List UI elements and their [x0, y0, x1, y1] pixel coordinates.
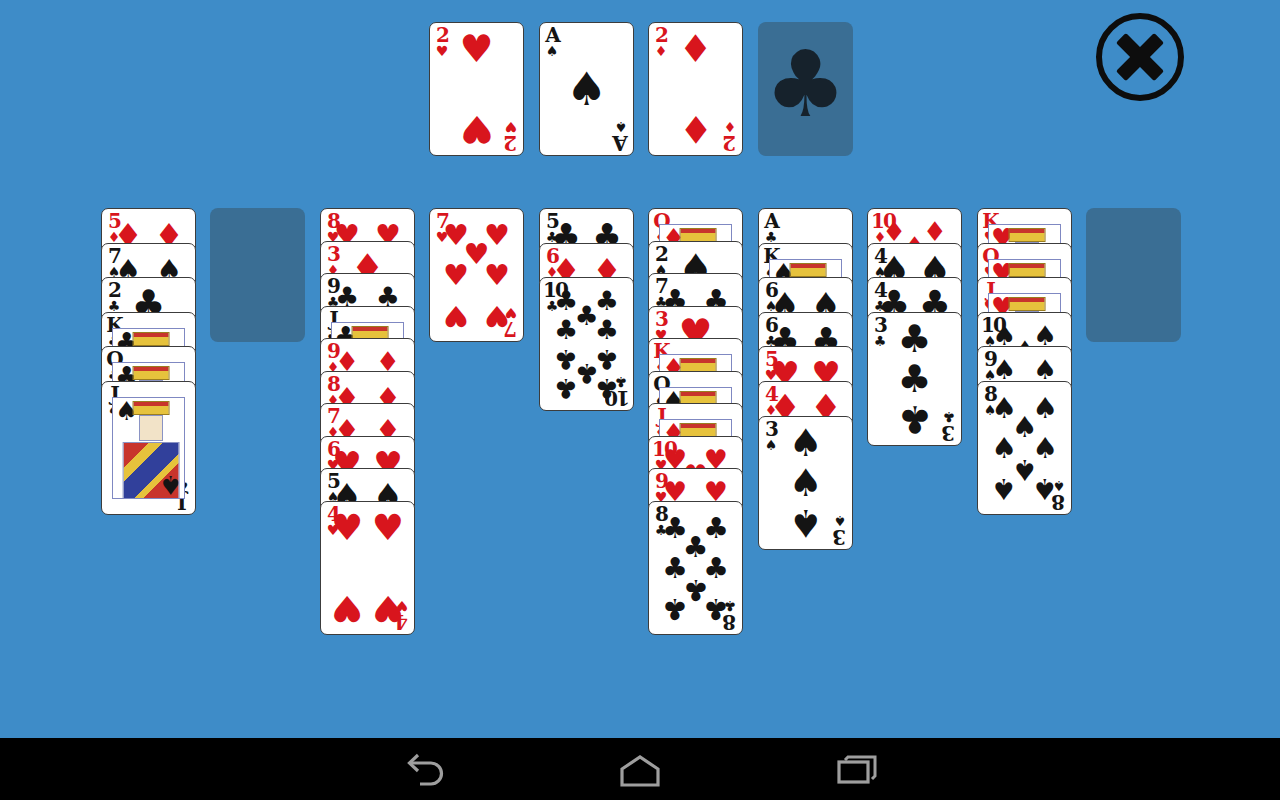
android-navbar — [0, 738, 1280, 800]
s-pip-icon: ♠ — [566, 66, 607, 112]
tableau-column-2-empty[interactable] — [210, 208, 305, 342]
s-pip-icon: ♠ — [788, 504, 822, 542]
card-3s[interactable]: 3♠3♠♠♠♠ — [758, 416, 853, 550]
foundation-clubs-empty[interactable]: ♣ — [758, 22, 853, 156]
home-icon — [616, 752, 664, 788]
c-pip-icon: ♣ — [595, 374, 619, 401]
s-pip-icon: ♠ — [991, 473, 1017, 502]
card-index-tl: A♠ — [543, 25, 561, 58]
recents-button[interactable] — [832, 752, 880, 788]
d-pip-icon: ♦ — [678, 30, 712, 68]
c-pip-icon: ♣ — [554, 316, 578, 343]
s-pip-icon: ♠ — [159, 472, 182, 498]
h-pip-icon: ♥ — [331, 590, 363, 626]
h-pip-icon: ♥ — [484, 300, 510, 329]
c-pip-icon: ♣ — [662, 593, 688, 622]
card-4h[interactable]: 4♥4♥♥♥♥♥ — [320, 501, 415, 635]
crown-art — [680, 358, 717, 372]
foundation-diamonds-card-2d[interactable]: 2♦2♦♦♦ — [648, 22, 743, 156]
c-pip-icon: ♣ — [554, 374, 578, 401]
recent-apps-icon — [832, 752, 880, 788]
back-arrow-icon — [401, 752, 449, 788]
card-8c[interactable]: 8♣8♣♣♣♣♣♣♣♣♣ — [648, 501, 743, 635]
card-7h[interactable]: 7♥7♥♥♥♥♥♥♥♥ — [429, 208, 524, 342]
card-index-br: 3♣ — [940, 410, 958, 443]
card-index-tl: 3♠ — [762, 419, 780, 452]
c-pip-icon: ♣ — [897, 320, 931, 358]
crown-art — [133, 401, 170, 415]
card-index-br: A♠ — [612, 120, 630, 153]
close-button[interactable] — [1096, 13, 1184, 101]
card-index-tl: 2♥ — [433, 25, 451, 58]
s-pip-icon: ♠ — [992, 356, 1016, 383]
club-icon: ♣ — [764, 39, 846, 131]
crown-art — [133, 366, 170, 380]
h-pip-icon: ♥ — [459, 30, 493, 68]
crown-art — [680, 228, 717, 242]
game-table: 2♥2♥♥♥A♠A♠♠2♦2♦♦♦♣ 5♦5♦♦♦♦♦♦7♠7♠♠♠♠♠♠♠♠2… — [0, 0, 1280, 800]
s-pip-icon: ♠ — [1033, 356, 1057, 383]
s-pip-icon: ♠ — [788, 424, 822, 462]
crown-art — [1009, 263, 1046, 277]
c-pip-icon: ♣ — [595, 316, 619, 343]
card-index-br: 3♠ — [831, 514, 849, 547]
h-pip-icon: ♥ — [443, 261, 469, 290]
c-pip-icon: ♣ — [897, 400, 931, 438]
face-art — [139, 415, 163, 441]
h-pip-icon: ♥ — [372, 510, 404, 546]
court-art-js: ♠♠ — [112, 397, 185, 499]
home-button[interactable] — [616, 752, 664, 788]
card-Js[interactable]: J♠J♠♠♠ — [101, 381, 196, 515]
c-pip-icon: ♣ — [897, 360, 931, 398]
crown-art — [1009, 228, 1046, 242]
back-button[interactable] — [401, 752, 449, 788]
c-pip-icon: ♣ — [703, 593, 729, 622]
card-8s[interactable]: 8♠8♠♠♠♠♠♠♠♠♠ — [977, 381, 1072, 515]
s-pip-icon: ♠ — [788, 464, 822, 502]
crown-art — [133, 332, 170, 346]
crown-art — [1009, 297, 1046, 311]
h-pip-icon: ♥ — [443, 300, 469, 329]
foundation-hearts-card-2h[interactable]: 2♥2♥♥♥ — [429, 22, 524, 156]
foundation-spades-card-As[interactable]: A♠A♠♠ — [539, 22, 634, 156]
tableau-column-10-empty[interactable] — [1086, 208, 1181, 342]
card-index-tl: 2♣ — [105, 280, 123, 313]
h-pip-icon: ♥ — [331, 510, 363, 546]
crown-art — [790, 263, 827, 277]
card-index-br: 2♥ — [502, 120, 520, 153]
h-pip-icon: ♥ — [372, 590, 404, 626]
h-pip-icon: ♥ — [484, 261, 510, 290]
crown-art — [680, 423, 717, 437]
s-pip-icon: ♠ — [1032, 473, 1058, 502]
card-index-tl: 2♦ — [652, 25, 670, 58]
d-pip-icon: ♦ — [678, 110, 712, 148]
card-3c[interactable]: 3♣3♣♣♣♣ — [867, 312, 962, 446]
card-index-br: 2♦ — [721, 120, 739, 153]
card-10c[interactable]: 10♣10♣♣♣♣♣♣♣♣♣♣♣ — [539, 277, 634, 411]
card-index-tl: A♣ — [762, 211, 780, 244]
h-pip-icon: ♥ — [459, 110, 493, 148]
card-index-tl: 3♣ — [871, 315, 889, 348]
